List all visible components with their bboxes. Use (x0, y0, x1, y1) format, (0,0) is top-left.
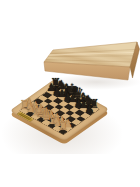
product-photo: ♜♞♝♚♛♝♞♜♟♟♟♟♟♟♟♟♟♟♟♟♟♟♟♟♜♞♝♚♛♝♞♜ (0, 0, 140, 187)
